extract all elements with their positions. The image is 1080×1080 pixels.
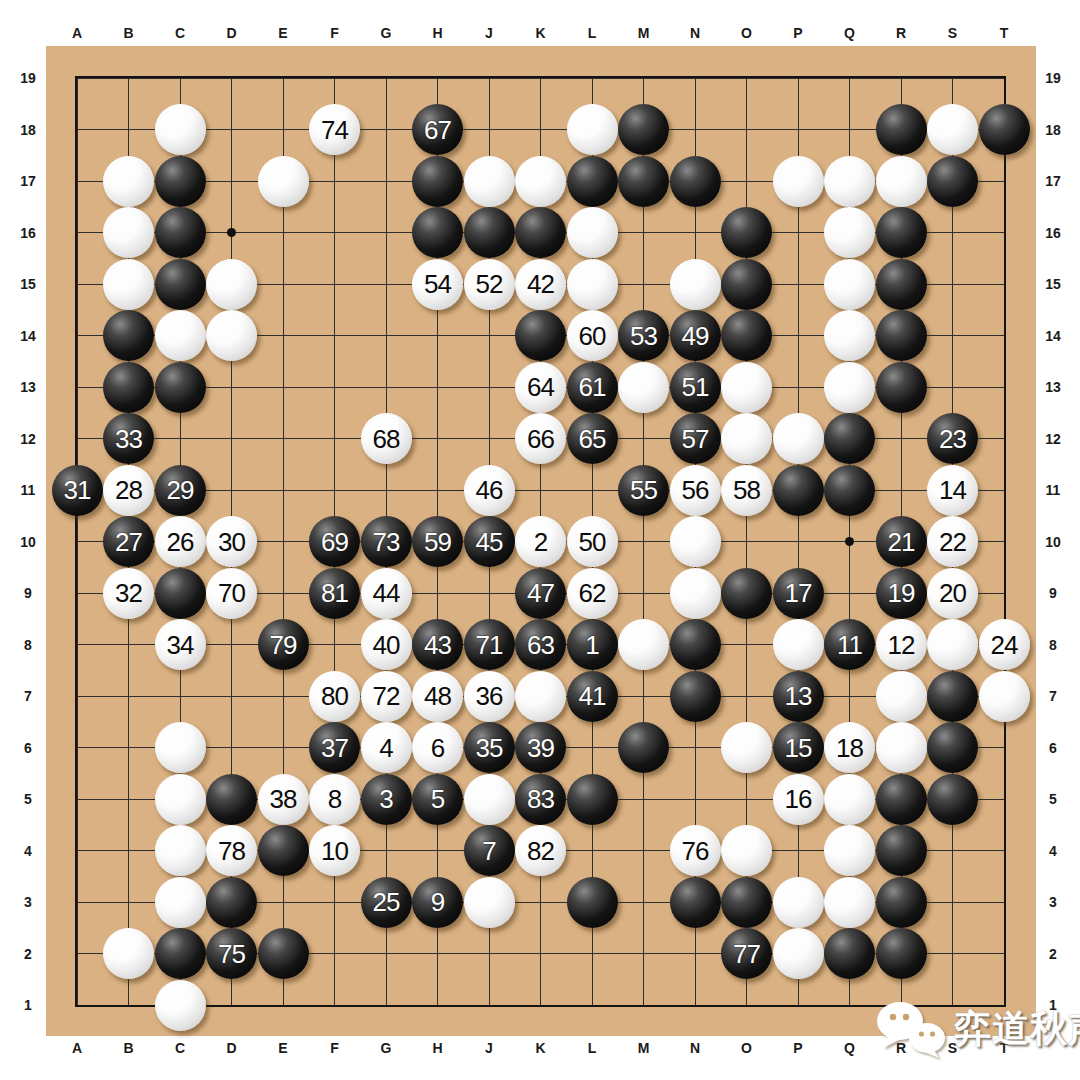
row-label-left-15: 15 [20, 276, 36, 292]
stone-white-T8: 24 [979, 619, 1030, 670]
stone-black-M11: 55 [618, 465, 669, 516]
col-label-bottom-O: O [741, 1040, 752, 1056]
stone-white-O6 [721, 722, 772, 773]
row-label-left-8: 8 [24, 637, 32, 653]
stone-black-R14 [876, 310, 927, 361]
stone-black-O3 [721, 877, 772, 928]
stone-black-A11: 31 [52, 465, 103, 516]
stone-white-N10 [670, 516, 721, 567]
stone-white-S8 [927, 619, 978, 670]
col-label-bottom-B: B [123, 1040, 133, 1056]
move-number: 46 [476, 477, 503, 503]
move-number: 29 [167, 477, 194, 503]
stone-white-B2 [103, 928, 154, 979]
stone-black-C2 [155, 928, 206, 979]
stone-white-D10: 30 [206, 516, 257, 567]
move-number: 28 [115, 477, 142, 503]
move-number: 79 [270, 632, 297, 658]
col-label-bottom-Q: Q [844, 1040, 855, 1056]
stone-white-M8 [618, 619, 669, 670]
move-number: 74 [321, 117, 348, 143]
stone-white-J15: 52 [464, 259, 515, 310]
stone-black-H10: 59 [412, 516, 463, 567]
move-number: 61 [579, 374, 606, 400]
go-diagram-page: AABBCCDDEEFFGGHHJJKKLLMMNNOOPPQQRRSSTT19… [0, 0, 1080, 1080]
row-label-right-3: 3 [1049, 894, 1057, 910]
stone-black-L17 [567, 156, 618, 207]
star-point-D16 [227, 228, 236, 237]
stone-black-K16 [515, 207, 566, 258]
col-label-top-H: H [432, 25, 442, 41]
col-label-bottom-C: C [175, 1040, 185, 1056]
move-number: 31 [64, 477, 91, 503]
col-label-top-B: B [123, 25, 133, 41]
col-label-top-A: A [72, 25, 82, 41]
move-number: 9 [431, 889, 444, 915]
stone-black-L13: 61 [567, 362, 618, 413]
stone-black-F9: 81 [309, 568, 360, 619]
stone-white-Q15 [824, 259, 875, 310]
stone-black-L12: 65 [567, 413, 618, 464]
stone-black-N3 [670, 877, 721, 928]
stone-white-M13 [618, 362, 669, 413]
stone-black-P11 [773, 465, 824, 516]
move-number: 68 [373, 426, 400, 452]
move-number: 59 [424, 529, 451, 555]
col-label-bottom-R: R [896, 1040, 906, 1056]
move-number: 63 [527, 632, 554, 658]
row-label-right-13: 13 [1045, 379, 1061, 395]
stone-black-M18 [618, 104, 669, 155]
move-number: 70 [218, 580, 245, 606]
stone-black-N17 [670, 156, 721, 207]
col-label-top-F: F [330, 25, 339, 41]
stone-white-H7: 48 [412, 671, 463, 722]
col-label-bottom-L: L [588, 1040, 597, 1056]
row-label-right-5: 5 [1049, 791, 1057, 807]
move-number: 2 [534, 529, 547, 555]
row-label-right-4: 4 [1049, 843, 1057, 859]
move-number: 37 [321, 735, 348, 761]
move-number: 39 [527, 735, 554, 761]
row-label-right-12: 12 [1045, 431, 1061, 447]
stone-white-R7 [876, 671, 927, 722]
move-number: 71 [476, 632, 503, 658]
stone-black-M17 [618, 156, 669, 207]
move-number: 18 [836, 735, 863, 761]
stone-black-C17 [155, 156, 206, 207]
stone-black-C16 [155, 207, 206, 258]
stone-black-B12: 33 [103, 413, 154, 464]
stone-black-B10: 27 [103, 516, 154, 567]
row-label-right-16: 16 [1045, 225, 1061, 241]
stone-white-N9 [670, 568, 721, 619]
stone-black-L5 [567, 774, 618, 825]
stone-white-C5 [155, 774, 206, 825]
col-label-top-O: O [741, 25, 752, 41]
row-label-right-6: 6 [1049, 740, 1057, 756]
stone-black-F6: 37 [309, 722, 360, 773]
move-number: 12 [888, 632, 915, 658]
stone-white-K7 [515, 671, 566, 722]
row-label-right-11: 11 [1046, 482, 1061, 498]
col-label-top-K: K [535, 25, 545, 41]
move-number: 16 [785, 786, 812, 812]
move-number: 40 [373, 632, 400, 658]
row-label-left-5: 5 [24, 791, 32, 807]
stone-black-R10: 21 [876, 516, 927, 567]
stone-white-R6 [876, 722, 927, 773]
stone-black-N13: 51 [670, 362, 721, 413]
stone-black-C11: 29 [155, 465, 206, 516]
stone-white-C8: 34 [155, 619, 206, 670]
move-number: 57 [682, 426, 709, 452]
stone-black-N14: 49 [670, 310, 721, 361]
stone-white-Q5 [824, 774, 875, 825]
stone-white-F18: 74 [309, 104, 360, 155]
stone-white-F5: 8 [309, 774, 360, 825]
move-number: 22 [939, 529, 966, 555]
move-number: 49 [682, 323, 709, 349]
move-number: 50 [579, 529, 606, 555]
move-number: 72 [373, 683, 400, 709]
stone-black-H18: 67 [412, 104, 463, 155]
move-number: 65 [579, 426, 606, 452]
stone-black-B14 [103, 310, 154, 361]
stone-black-F10: 69 [309, 516, 360, 567]
stone-white-D15 [206, 259, 257, 310]
stone-white-C4 [155, 825, 206, 876]
move-number: 56 [682, 477, 709, 503]
stone-white-P17 [773, 156, 824, 207]
stone-white-B16 [103, 207, 154, 258]
row-label-left-17: 17 [20, 173, 36, 189]
row-label-left-7: 7 [24, 688, 32, 704]
move-number: 6 [431, 735, 444, 761]
stone-white-L14: 60 [567, 310, 618, 361]
stone-white-Q13 [824, 362, 875, 413]
col-label-top-Q: Q [844, 25, 855, 41]
stone-black-M6 [618, 722, 669, 773]
row-label-right-10: 10 [1045, 534, 1061, 550]
stone-white-Q17 [824, 156, 875, 207]
row-label-right-15: 15 [1045, 276, 1061, 292]
move-number: 17 [785, 580, 812, 606]
stone-white-P8 [773, 619, 824, 670]
stone-black-D3 [206, 877, 257, 928]
stone-black-S5 [927, 774, 978, 825]
stone-black-N8 [670, 619, 721, 670]
stone-white-L10: 50 [567, 516, 618, 567]
move-number: 47 [527, 580, 554, 606]
stone-black-R4 [876, 825, 927, 876]
col-label-bottom-E: E [278, 1040, 287, 1056]
stone-white-Q6: 18 [824, 722, 875, 773]
stone-white-P12 [773, 413, 824, 464]
stone-white-C14 [155, 310, 206, 361]
row-label-left-18: 18 [20, 122, 36, 138]
move-number: 81 [321, 580, 348, 606]
stone-white-O11: 58 [721, 465, 772, 516]
stone-black-J16 [464, 207, 515, 258]
move-number: 53 [630, 323, 657, 349]
stone-black-S6 [927, 722, 978, 773]
row-label-left-6: 6 [24, 740, 32, 756]
row-label-left-11: 11 [21, 482, 36, 498]
stone-black-S12: 23 [927, 413, 978, 464]
row-label-left-12: 12 [20, 431, 36, 447]
move-number: 51 [682, 374, 709, 400]
stone-white-B9: 32 [103, 568, 154, 619]
stone-white-L18 [567, 104, 618, 155]
stone-white-G8: 40 [361, 619, 412, 670]
col-label-bottom-D: D [226, 1040, 236, 1056]
move-number: 55 [630, 477, 657, 503]
move-number: 66 [527, 426, 554, 452]
stone-white-N4: 76 [670, 825, 721, 876]
move-number: 33 [115, 426, 142, 452]
stone-white-Q4 [824, 825, 875, 876]
stone-white-J7: 36 [464, 671, 515, 722]
row-label-right-14: 14 [1045, 328, 1061, 344]
stone-white-L9: 62 [567, 568, 618, 619]
col-label-bottom-T: T [1000, 1040, 1009, 1056]
stone-black-O14 [721, 310, 772, 361]
move-number: 45 [476, 529, 503, 555]
col-label-bottom-A: A [72, 1040, 82, 1056]
stone-black-R5 [876, 774, 927, 825]
stone-black-H5: 5 [412, 774, 463, 825]
stone-black-P9: 17 [773, 568, 824, 619]
stone-white-K17 [515, 156, 566, 207]
stone-white-C1 [155, 980, 206, 1031]
stone-black-R9: 19 [876, 568, 927, 619]
stone-white-Q3 [824, 877, 875, 928]
move-number: 80 [321, 683, 348, 709]
move-number: 82 [527, 838, 554, 864]
row-label-right-19: 19 [1045, 70, 1061, 86]
stone-white-C10: 26 [155, 516, 206, 567]
move-number: 73 [373, 529, 400, 555]
move-number: 83 [527, 786, 554, 812]
stone-white-J5 [464, 774, 515, 825]
stone-white-K13: 64 [515, 362, 566, 413]
move-number: 13 [785, 683, 812, 709]
row-label-left-19: 19 [20, 70, 36, 86]
stone-black-K9: 47 [515, 568, 566, 619]
stone-white-L15 [567, 259, 618, 310]
stone-white-T7 [979, 671, 1030, 722]
row-label-right-18: 18 [1045, 122, 1061, 138]
stone-black-P7: 13 [773, 671, 824, 722]
stone-white-K12: 66 [515, 413, 566, 464]
stone-black-T18 [979, 104, 1030, 155]
stone-black-E4 [258, 825, 309, 876]
stone-white-P2 [773, 928, 824, 979]
row-label-left-10: 10 [20, 534, 36, 550]
stone-white-N11: 56 [670, 465, 721, 516]
stone-black-N7 [670, 671, 721, 722]
move-number: 41 [579, 683, 606, 709]
col-label-top-E: E [278, 25, 287, 41]
move-number: 25 [373, 889, 400, 915]
stone-black-J4: 7 [464, 825, 515, 876]
row-label-left-16: 16 [20, 225, 36, 241]
stone-black-J10: 45 [464, 516, 515, 567]
stone-black-Q8: 11 [824, 619, 875, 670]
move-number: 54 [424, 271, 451, 297]
stone-black-O2: 77 [721, 928, 772, 979]
col-label-bottom-S: S [948, 1040, 957, 1056]
move-number: 15 [785, 735, 812, 761]
stone-black-S7 [927, 671, 978, 722]
stone-white-S11: 14 [927, 465, 978, 516]
stone-black-J6: 35 [464, 722, 515, 773]
move-number: 32 [115, 580, 142, 606]
col-label-bottom-K: K [535, 1040, 545, 1056]
stone-black-G3: 25 [361, 877, 412, 928]
col-label-top-S: S [948, 25, 957, 41]
stone-black-G5: 3 [361, 774, 412, 825]
row-label-left-1: 1 [24, 997, 32, 1013]
col-label-top-J: J [485, 25, 493, 41]
stone-white-F4: 10 [309, 825, 360, 876]
stone-black-B13 [103, 362, 154, 413]
move-number: 64 [527, 374, 554, 400]
stone-white-O13 [721, 362, 772, 413]
stone-white-P3 [773, 877, 824, 928]
stone-black-L7: 41 [567, 671, 618, 722]
stone-white-C6 [155, 722, 206, 773]
move-number: 1 [585, 632, 598, 658]
stone-white-P5: 16 [773, 774, 824, 825]
stone-white-D4: 78 [206, 825, 257, 876]
move-number: 5 [431, 786, 444, 812]
move-number: 75 [218, 941, 245, 967]
stone-white-B17 [103, 156, 154, 207]
stone-black-O16 [721, 207, 772, 258]
stone-white-S9: 20 [927, 568, 978, 619]
stone-black-D5 [206, 774, 257, 825]
move-number: 36 [476, 683, 503, 709]
stone-black-R13 [876, 362, 927, 413]
stone-black-R15 [876, 259, 927, 310]
col-label-bottom-M: M [638, 1040, 650, 1056]
stone-white-H6: 6 [412, 722, 463, 773]
stone-white-G6: 4 [361, 722, 412, 773]
stone-white-D9: 70 [206, 568, 257, 619]
move-number: 19 [888, 580, 915, 606]
stone-white-L16 [567, 207, 618, 258]
stone-black-K6: 39 [515, 722, 566, 773]
stone-white-C3 [155, 877, 206, 928]
stone-black-H3: 9 [412, 877, 463, 928]
move-number: 26 [167, 529, 194, 555]
row-label-left-4: 4 [24, 843, 32, 859]
col-label-top-C: C [175, 25, 185, 41]
stone-white-H15: 54 [412, 259, 463, 310]
stone-black-M14: 53 [618, 310, 669, 361]
stone-white-Q16 [824, 207, 875, 258]
row-label-right-9: 9 [1049, 585, 1057, 601]
row-label-left-9: 9 [24, 585, 32, 601]
col-label-bottom-G: G [381, 1040, 392, 1056]
stone-black-C13 [155, 362, 206, 413]
stone-white-K10: 2 [515, 516, 566, 567]
move-number: 60 [579, 323, 606, 349]
col-label-top-N: N [690, 25, 700, 41]
col-label-bottom-F: F [330, 1040, 339, 1056]
stone-white-G9: 44 [361, 568, 412, 619]
stone-black-K5: 83 [515, 774, 566, 825]
stone-white-N15 [670, 259, 721, 310]
star-point-Q10 [845, 537, 854, 546]
stone-black-E2 [258, 928, 309, 979]
stone-white-O4 [721, 825, 772, 876]
move-number: 11 [837, 632, 862, 658]
stone-white-E17 [258, 156, 309, 207]
stone-black-N12: 57 [670, 413, 721, 464]
move-number: 48 [424, 683, 451, 709]
stone-white-J11: 46 [464, 465, 515, 516]
stone-black-R3 [876, 877, 927, 928]
move-number: 77 [733, 941, 760, 967]
stone-black-Q11 [824, 465, 875, 516]
row-label-left-13: 13 [20, 379, 36, 395]
stone-black-K14 [515, 310, 566, 361]
move-number: 34 [167, 632, 194, 658]
move-number: 10 [321, 838, 348, 864]
stone-white-K15: 42 [515, 259, 566, 310]
stone-black-R2 [876, 928, 927, 979]
row-label-right-17: 17 [1045, 173, 1061, 189]
col-label-top-D: D [226, 25, 236, 41]
stone-white-C18 [155, 104, 206, 155]
move-number: 69 [321, 529, 348, 555]
stone-black-P6: 15 [773, 722, 824, 773]
col-label-top-G: G [381, 25, 392, 41]
col-label-bottom-P: P [793, 1040, 802, 1056]
stone-black-D2: 75 [206, 928, 257, 979]
move-number: 67 [424, 117, 451, 143]
stone-black-O15 [721, 259, 772, 310]
stone-black-L3 [567, 877, 618, 928]
stone-black-H8: 43 [412, 619, 463, 670]
move-number: 24 [991, 632, 1018, 658]
move-number: 76 [682, 838, 709, 864]
stone-black-L8: 1 [567, 619, 618, 670]
stone-white-B11: 28 [103, 465, 154, 516]
stone-white-O12 [721, 413, 772, 464]
col-label-top-M: M [638, 25, 650, 41]
stone-white-S10: 22 [927, 516, 978, 567]
stone-black-R16 [876, 207, 927, 258]
move-number: 8 [328, 786, 341, 812]
stone-black-E8: 79 [258, 619, 309, 670]
stone-white-B15 [103, 259, 154, 310]
move-number: 23 [939, 426, 966, 452]
stone-black-H17 [412, 156, 463, 207]
stone-white-F7: 80 [309, 671, 360, 722]
row-label-right-1: 1 [1049, 997, 1057, 1013]
stone-white-S18 [927, 104, 978, 155]
stone-white-G12: 68 [361, 413, 412, 464]
stone-black-H16 [412, 207, 463, 258]
stone-black-O9 [721, 568, 772, 619]
stone-white-Q14 [824, 310, 875, 361]
move-number: 43 [424, 632, 451, 658]
move-number: 21 [888, 529, 915, 555]
